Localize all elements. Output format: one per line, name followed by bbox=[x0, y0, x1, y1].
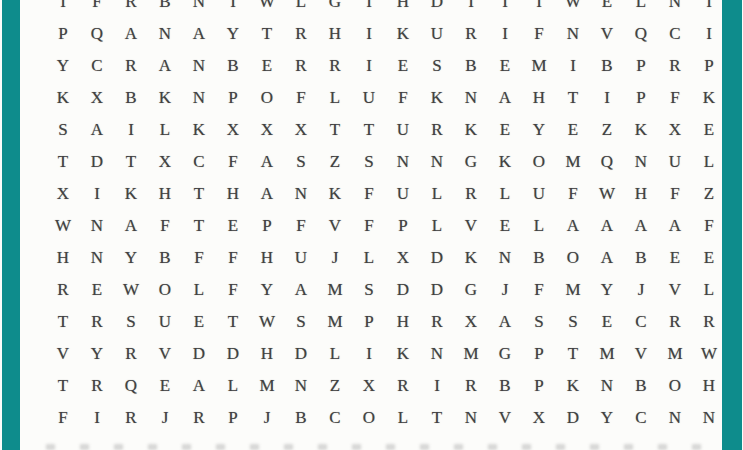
grid-cell[interactable]: D bbox=[216, 338, 250, 370]
grid-cell[interactable]: N bbox=[624, 146, 658, 178]
grid-cell[interactable]: K bbox=[556, 370, 590, 402]
grid-cell[interactable]: G bbox=[488, 338, 522, 370]
grid-cell[interactable]: O bbox=[352, 402, 386, 434]
grid-cell[interactable]: R bbox=[454, 370, 488, 402]
grid-cell[interactable]: N bbox=[284, 370, 318, 402]
grid-cell[interactable]: H bbox=[624, 178, 658, 210]
grid-cell[interactable]: D bbox=[80, 146, 114, 178]
grid-cell[interactable]: F bbox=[284, 210, 318, 242]
grid-cell[interactable]: P bbox=[216, 82, 250, 114]
grid-cell[interactable]: O bbox=[250, 82, 284, 114]
grid-cell[interactable]: K bbox=[148, 82, 182, 114]
grid-cell[interactable]: L bbox=[148, 114, 182, 146]
grid-cell[interactable]: E bbox=[488, 114, 522, 146]
grid-cell[interactable]: D bbox=[420, 0, 454, 18]
grid-cell[interactable]: P bbox=[386, 210, 420, 242]
grid-cell[interactable]: A bbox=[658, 210, 692, 242]
grid-cell[interactable]: M bbox=[590, 338, 624, 370]
grid-cell[interactable]: K bbox=[454, 114, 488, 146]
grid-cell[interactable]: J bbox=[488, 274, 522, 306]
grid-cell[interactable]: H bbox=[318, 18, 352, 50]
grid-cell[interactable]: R bbox=[114, 338, 148, 370]
grid-cell[interactable]: K bbox=[488, 146, 522, 178]
grid-cell[interactable]: N bbox=[182, 0, 216, 18]
grid-cell[interactable]: C bbox=[80, 50, 114, 82]
grid-cell[interactable]: X bbox=[148, 146, 182, 178]
grid-cell[interactable]: N bbox=[182, 50, 216, 82]
grid-cell[interactable]: L bbox=[386, 402, 420, 434]
grid-cell[interactable]: I bbox=[488, 0, 522, 18]
grid-cell[interactable]: X bbox=[216, 114, 250, 146]
grid-cell[interactable]: Y bbox=[590, 274, 624, 306]
grid-cell[interactable]: I bbox=[80, 178, 114, 210]
grid-cell[interactable]: Y bbox=[522, 114, 556, 146]
grid-cell[interactable]: S bbox=[420, 50, 454, 82]
grid-cell[interactable]: Y bbox=[80, 338, 114, 370]
grid-cell[interactable]: N bbox=[148, 18, 182, 50]
grid-cell[interactable]: K bbox=[182, 114, 216, 146]
grid-cell[interactable]: X bbox=[46, 178, 80, 210]
grid-cell[interactable]: G bbox=[454, 146, 488, 178]
grid-cell[interactable]: B bbox=[488, 370, 522, 402]
grid-cell[interactable]: R bbox=[454, 18, 488, 50]
grid-cell[interactable]: F bbox=[352, 178, 386, 210]
grid-cell[interactable]: D bbox=[556, 402, 590, 434]
grid-cell[interactable]: B bbox=[148, 0, 182, 18]
grid-cell[interactable]: B bbox=[114, 82, 148, 114]
grid-cell[interactable]: X bbox=[658, 114, 692, 146]
grid-cell[interactable]: E bbox=[658, 242, 692, 274]
grid-cell[interactable]: A bbox=[488, 306, 522, 338]
grid-cell[interactable]: U bbox=[386, 114, 420, 146]
grid-cell[interactable]: X bbox=[80, 82, 114, 114]
grid-cell[interactable]: S bbox=[114, 306, 148, 338]
grid-cell[interactable]: N bbox=[420, 146, 454, 178]
grid-cell[interactable]: J bbox=[318, 242, 352, 274]
grid-cell[interactable]: V bbox=[658, 274, 692, 306]
grid-cell[interactable]: V bbox=[454, 210, 488, 242]
grid-cell[interactable]: T bbox=[46, 370, 80, 402]
grid-cell[interactable]: R bbox=[658, 50, 692, 82]
grid-cell[interactable]: F bbox=[386, 82, 420, 114]
grid-cell[interactable]: X bbox=[522, 402, 556, 434]
grid-cell[interactable]: V bbox=[624, 338, 658, 370]
grid-cell[interactable]: K bbox=[454, 242, 488, 274]
grid-cell[interactable]: H bbox=[46, 242, 80, 274]
grid-cell[interactable]: X bbox=[454, 306, 488, 338]
grid-cell[interactable]: T bbox=[352, 114, 386, 146]
grid-cell[interactable]: F bbox=[46, 402, 80, 434]
grid-cell[interactable]: T bbox=[216, 306, 250, 338]
grid-cell[interactable]: E bbox=[590, 0, 624, 18]
grid-cell[interactable]: A bbox=[488, 82, 522, 114]
grid-cell[interactable]: H bbox=[216, 178, 250, 210]
grid-cell[interactable]: T bbox=[114, 146, 148, 178]
grid-cell[interactable]: M bbox=[556, 146, 590, 178]
grid-cell[interactable]: U bbox=[284, 242, 318, 274]
grid-cell[interactable]: T bbox=[420, 402, 454, 434]
grid-cell[interactable]: I bbox=[352, 50, 386, 82]
grid-cell[interactable]: I bbox=[46, 0, 80, 18]
grid-cell[interactable]: L bbox=[318, 82, 352, 114]
grid-cell[interactable]: M bbox=[318, 306, 352, 338]
grid-cell[interactable]: N bbox=[386, 146, 420, 178]
grid-cell[interactable]: S bbox=[522, 306, 556, 338]
grid-cell[interactable]: T bbox=[556, 82, 590, 114]
grid-cell[interactable]: N bbox=[488, 242, 522, 274]
grid-cell[interactable]: W bbox=[250, 306, 284, 338]
grid-cell[interactable]: N bbox=[454, 82, 488, 114]
grid-cell[interactable]: W bbox=[114, 274, 148, 306]
grid-cell[interactable]: N bbox=[658, 0, 692, 18]
grid-cell[interactable]: A bbox=[556, 210, 590, 242]
grid-cell[interactable]: L bbox=[420, 178, 454, 210]
grid-cell[interactable]: T bbox=[182, 210, 216, 242]
grid-cell[interactable]: N bbox=[658, 402, 692, 434]
grid-cell[interactable]: W bbox=[556, 0, 590, 18]
grid-cell[interactable]: O bbox=[522, 146, 556, 178]
left-teal-border-bar bbox=[2, 0, 20, 450]
grid-cell[interactable]: F bbox=[352, 210, 386, 242]
grid-cell[interactable]: E bbox=[488, 210, 522, 242]
grid-cell[interactable]: F bbox=[556, 178, 590, 210]
grid-cell[interactable]: I bbox=[352, 0, 386, 18]
grid-cell[interactable]: A bbox=[284, 274, 318, 306]
grid-cell[interactable]: D bbox=[284, 338, 318, 370]
grid-cell[interactable]: F bbox=[182, 242, 216, 274]
grid-cell[interactable]: P bbox=[46, 18, 80, 50]
grid-cell[interactable]: Y bbox=[46, 50, 80, 82]
grid-cell[interactable]: C bbox=[182, 146, 216, 178]
grid-cell[interactable]: Q bbox=[624, 18, 658, 50]
grid-cell[interactable]: Z bbox=[692, 178, 726, 210]
grid-cell[interactable]: I bbox=[80, 402, 114, 434]
grid-cell[interactable]: D bbox=[420, 274, 454, 306]
grid-cell[interactable]: I bbox=[590, 82, 624, 114]
grid-cell[interactable]: N bbox=[284, 178, 318, 210]
grid-cell[interactable]: K bbox=[420, 82, 454, 114]
grid-cell[interactable]: H bbox=[386, 0, 420, 18]
grid-cell[interactable]: V bbox=[318, 210, 352, 242]
grid-cell[interactable]: F bbox=[148, 210, 182, 242]
grid-cell[interactable]: R bbox=[80, 306, 114, 338]
grid-cell[interactable]: L bbox=[284, 0, 318, 18]
grid-cell[interactable]: B bbox=[148, 242, 182, 274]
grid-cell[interactable]: Q bbox=[80, 18, 114, 50]
grid-cell[interactable]: H bbox=[250, 242, 284, 274]
grid-cell[interactable]: J bbox=[148, 402, 182, 434]
grid-cell[interactable]: P bbox=[692, 50, 726, 82]
grid-cell[interactable]: V bbox=[148, 338, 182, 370]
grid-cell[interactable]: R bbox=[658, 306, 692, 338]
grid-cell[interactable]: F bbox=[216, 242, 250, 274]
grid-cell[interactable]: X bbox=[284, 114, 318, 146]
grid-cell[interactable]: L bbox=[624, 0, 658, 18]
grid-cell[interactable]: R bbox=[114, 0, 148, 18]
grid-cell[interactable]: S bbox=[352, 146, 386, 178]
grid-cell[interactable]: A bbox=[624, 210, 658, 242]
grid-cell[interactable]: T bbox=[182, 178, 216, 210]
grid-cell[interactable]: N bbox=[590, 370, 624, 402]
grid-cell[interactable]: A bbox=[114, 18, 148, 50]
grid-cell[interactable]: A bbox=[590, 242, 624, 274]
grid-cell[interactable]: L bbox=[318, 338, 352, 370]
grid-cell[interactable]: Y bbox=[216, 18, 250, 50]
grid-cell[interactable]: Y bbox=[114, 242, 148, 274]
grid-cell[interactable]: Y bbox=[590, 402, 624, 434]
grid-cell[interactable]: X bbox=[352, 370, 386, 402]
grid-cell[interactable]: P bbox=[624, 82, 658, 114]
grid-cell[interactable]: E bbox=[590, 306, 624, 338]
grid-cell[interactable]: E bbox=[80, 274, 114, 306]
grid-cell[interactable]: H bbox=[148, 178, 182, 210]
grid-cell[interactable]: F bbox=[216, 146, 250, 178]
grid-cell[interactable]: N bbox=[80, 242, 114, 274]
grid-cell[interactable]: B bbox=[624, 370, 658, 402]
grid-cell[interactable]: E bbox=[182, 306, 216, 338]
grid-cell[interactable]: M bbox=[454, 338, 488, 370]
grid-cell[interactable]: L bbox=[692, 146, 726, 178]
grid-cell[interactable]: C bbox=[624, 402, 658, 434]
grid-cell[interactable]: L bbox=[692, 274, 726, 306]
grid-cell[interactable]: F bbox=[692, 210, 726, 242]
grid-cell[interactable]: H bbox=[692, 370, 726, 402]
grid-cell[interactable]: U bbox=[420, 18, 454, 50]
grid-cell[interactable]: R bbox=[420, 114, 454, 146]
grid-cell[interactable]: V bbox=[488, 402, 522, 434]
grid-cell[interactable]: O bbox=[556, 242, 590, 274]
grid-cell[interactable]: Q bbox=[590, 146, 624, 178]
grid-cell[interactable]: N bbox=[182, 82, 216, 114]
grid-cell[interactable]: F bbox=[80, 0, 114, 18]
grid-cell[interactable]: E bbox=[148, 370, 182, 402]
grid-cell[interactable]: D bbox=[386, 274, 420, 306]
grid-cell[interactable]: R bbox=[80, 370, 114, 402]
grid-cell[interactable]: R bbox=[284, 18, 318, 50]
grid-cell[interactable]: R bbox=[318, 50, 352, 82]
grid-cell[interactable]: W bbox=[46, 210, 80, 242]
grid-cell[interactable]: I bbox=[692, 0, 726, 18]
grid-cell[interactable]: U bbox=[352, 82, 386, 114]
grid-cell[interactable]: K bbox=[624, 114, 658, 146]
grid-cell[interactable]: K bbox=[46, 82, 80, 114]
grid-cell[interactable]: W bbox=[692, 338, 726, 370]
grid-cell[interactable]: P bbox=[522, 370, 556, 402]
grid-cell[interactable]: C bbox=[658, 18, 692, 50]
grid-cell[interactable]: H bbox=[522, 82, 556, 114]
grid-cell[interactable]: I bbox=[522, 0, 556, 18]
grid-cell[interactable]: T bbox=[250, 18, 284, 50]
grid-cell[interactable]: S bbox=[46, 114, 80, 146]
grid-cell[interactable]: R bbox=[692, 306, 726, 338]
grid-cell[interactable]: N bbox=[454, 402, 488, 434]
grid-cell[interactable]: R bbox=[114, 402, 148, 434]
grid-cell[interactable]: H bbox=[386, 306, 420, 338]
grid-cell[interactable]: E bbox=[692, 114, 726, 146]
grid-cell[interactable]: F bbox=[284, 82, 318, 114]
grid-cell[interactable]: K bbox=[692, 82, 726, 114]
grid-cell[interactable]: R bbox=[114, 50, 148, 82]
grid-cell[interactable]: E bbox=[488, 50, 522, 82]
grid-cell[interactable]: B bbox=[216, 50, 250, 82]
grid-cell[interactable]: J bbox=[250, 402, 284, 434]
grid-cell[interactable]: I bbox=[488, 18, 522, 50]
grid-cell[interactable]: I bbox=[454, 0, 488, 18]
grid-cell[interactable]: A bbox=[182, 18, 216, 50]
grid-cell[interactable]: L bbox=[352, 242, 386, 274]
grid-cell[interactable]: Z bbox=[590, 114, 624, 146]
grid-cell[interactable]: L bbox=[216, 370, 250, 402]
grid-cell[interactable]: K bbox=[386, 338, 420, 370]
grid-cell[interactable]: G bbox=[318, 0, 352, 18]
grid-cell[interactable]: I bbox=[216, 0, 250, 18]
grid-cell[interactable]: G bbox=[454, 274, 488, 306]
grid-cell[interactable]: U bbox=[522, 178, 556, 210]
grid-cell[interactable]: I bbox=[352, 18, 386, 50]
grid-cell[interactable]: K bbox=[114, 178, 148, 210]
grid-cell[interactable]: P bbox=[352, 306, 386, 338]
grid-cell[interactable]: N bbox=[692, 402, 726, 434]
grid-cell[interactable]: Y bbox=[250, 274, 284, 306]
grid-cell[interactable]: P bbox=[250, 210, 284, 242]
grid-cell[interactable]: I bbox=[352, 338, 386, 370]
grid-cell[interactable]: D bbox=[182, 338, 216, 370]
grid-cell[interactable]: L bbox=[522, 210, 556, 242]
grid-cell[interactable]: F bbox=[522, 274, 556, 306]
grid-cell[interactable]: R bbox=[420, 306, 454, 338]
grid-cell[interactable]: X bbox=[250, 114, 284, 146]
grid-cell[interactable]: R bbox=[284, 50, 318, 82]
grid-cell[interactable]: L bbox=[420, 210, 454, 242]
grid-cell[interactable]: A bbox=[148, 50, 182, 82]
grid-cell[interactable]: I bbox=[114, 114, 148, 146]
grid-cell[interactable]: S bbox=[284, 146, 318, 178]
grid-cell[interactable]: R bbox=[386, 370, 420, 402]
grid-cell[interactable]: R bbox=[454, 178, 488, 210]
grid-cell[interactable]: M bbox=[250, 370, 284, 402]
grid-cell[interactable]: F bbox=[216, 274, 250, 306]
grid-cell[interactable]: V bbox=[46, 338, 80, 370]
grid-cell[interactable]: F bbox=[658, 178, 692, 210]
grid-cell[interactable]: V bbox=[590, 18, 624, 50]
grid-cell[interactable]: M bbox=[556, 274, 590, 306]
grid-cell[interactable]: N bbox=[420, 338, 454, 370]
grid-cell[interactable]: E bbox=[386, 50, 420, 82]
grid-cell[interactable]: K bbox=[318, 178, 352, 210]
grid-cell[interactable]: E bbox=[692, 242, 726, 274]
grid-cell[interactable]: T bbox=[556, 338, 590, 370]
grid-cell[interactable]: I bbox=[692, 18, 726, 50]
grid-cell[interactable]: U bbox=[386, 178, 420, 210]
grid-cell[interactable]: Z bbox=[318, 370, 352, 402]
grid-cell[interactable]: B bbox=[624, 242, 658, 274]
grid-cell[interactable]: P bbox=[624, 50, 658, 82]
grid-cell[interactable]: T bbox=[46, 146, 80, 178]
grid-cell[interactable]: I bbox=[556, 50, 590, 82]
grid-cell[interactable]: A bbox=[250, 178, 284, 210]
grid-cell[interactable]: R bbox=[182, 402, 216, 434]
grid-cell[interactable]: Z bbox=[318, 146, 352, 178]
grid-cell[interactable]: B bbox=[590, 50, 624, 82]
grid-cell[interactable]: K bbox=[386, 18, 420, 50]
grid-cell[interactable]: C bbox=[624, 306, 658, 338]
grid-cell[interactable]: R bbox=[46, 274, 80, 306]
grid-cell[interactable]: W bbox=[250, 0, 284, 18]
grid-cell[interactable]: E bbox=[250, 50, 284, 82]
grid-cell[interactable]: U bbox=[148, 306, 182, 338]
grid-cell[interactable]: E bbox=[556, 114, 590, 146]
grid-cell[interactable]: N bbox=[556, 18, 590, 50]
grid-cell[interactable]: A bbox=[114, 210, 148, 242]
grid-cell[interactable]: M bbox=[658, 338, 692, 370]
grid-cell[interactable]: A bbox=[182, 370, 216, 402]
word-search-grid: IFRBNIWLGIHDIIIWELNIPQANAYTRHIKURIFNVQCI… bbox=[46, 0, 726, 434]
grid-cell[interactable]: H bbox=[250, 338, 284, 370]
grid-cell[interactable]: J bbox=[624, 274, 658, 306]
grid-cell[interactable]: Q bbox=[114, 370, 148, 402]
grid-cell[interactable]: A bbox=[250, 146, 284, 178]
grid-cell[interactable]: S bbox=[284, 306, 318, 338]
grid-cell[interactable]: T bbox=[318, 114, 352, 146]
cut-off-bottom-row-remnant bbox=[46, 444, 726, 450]
grid-cell[interactable]: F bbox=[658, 82, 692, 114]
grid-cell[interactable]: M bbox=[318, 274, 352, 306]
grid-cell[interactable]: W bbox=[590, 178, 624, 210]
grid-cell[interactable]: A bbox=[80, 114, 114, 146]
grid-cell[interactable]: I bbox=[420, 370, 454, 402]
grid-cell[interactable]: F bbox=[522, 18, 556, 50]
grid-cell[interactable]: U bbox=[658, 146, 692, 178]
grid-cell[interactable]: O bbox=[148, 274, 182, 306]
grid-cell[interactable]: X bbox=[386, 242, 420, 274]
grid-cell[interactable]: E bbox=[216, 210, 250, 242]
grid-cell[interactable]: B bbox=[522, 242, 556, 274]
grid-cell[interactable]: N bbox=[80, 210, 114, 242]
grid-cell[interactable]: M bbox=[522, 50, 556, 82]
grid-cell[interactable]: B bbox=[284, 402, 318, 434]
grid-cell[interactable]: D bbox=[420, 242, 454, 274]
grid-cell[interactable]: O bbox=[658, 370, 692, 402]
grid-cell[interactable]: P bbox=[522, 338, 556, 370]
grid-cell[interactable]: S bbox=[556, 306, 590, 338]
grid-cell[interactable]: P bbox=[216, 402, 250, 434]
grid-cell[interactable]: L bbox=[182, 274, 216, 306]
grid-cell[interactable]: L bbox=[488, 178, 522, 210]
grid-cell[interactable]: A bbox=[590, 210, 624, 242]
grid-cell[interactable]: C bbox=[318, 402, 352, 434]
grid-cell[interactable]: T bbox=[46, 306, 80, 338]
grid-cell[interactable]: B bbox=[454, 50, 488, 82]
grid-cell[interactable]: S bbox=[352, 274, 386, 306]
